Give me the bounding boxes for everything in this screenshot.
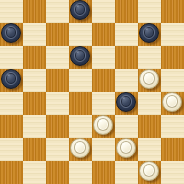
square-r2-c2: [46, 46, 69, 69]
square-r0-c3[interactable]: [69, 0, 92, 23]
square-r3-c1: [23, 69, 46, 92]
square-r6-c6: [138, 138, 161, 161]
square-r3-c5: [115, 69, 138, 92]
square-r5-c0[interactable]: [0, 115, 23, 138]
square-r6-c4: [92, 138, 115, 161]
square-r3-c0[interactable]: [0, 69, 23, 92]
square-r7-c6[interactable]: [138, 161, 161, 184]
square-r6-c1[interactable]: [23, 138, 46, 161]
square-r0-c1[interactable]: [23, 0, 46, 23]
square-r1-c1: [23, 23, 46, 46]
square-r3-c2[interactable]: [46, 69, 69, 92]
square-r1-c2[interactable]: [46, 23, 69, 46]
checkers-board: [0, 0, 184, 184]
black-man-piece[interactable]: [70, 0, 90, 20]
square-r1-c6[interactable]: [138, 23, 161, 46]
square-r0-c5[interactable]: [115, 0, 138, 23]
square-r4-c2: [46, 92, 69, 115]
square-r7-c0[interactable]: [0, 161, 23, 184]
square-r4-c0: [0, 92, 23, 115]
square-r6-c0: [0, 138, 23, 161]
square-r7-c2[interactable]: [46, 161, 69, 184]
square-r4-c6: [138, 92, 161, 115]
square-r2-c5[interactable]: [115, 46, 138, 69]
square-r5-c4[interactable]: [92, 115, 115, 138]
square-r2-c3[interactable]: [69, 46, 92, 69]
square-r1-c0[interactable]: [0, 23, 23, 46]
square-r7-c7: [161, 161, 184, 184]
square-r7-c5: [115, 161, 138, 184]
black-man-piece[interactable]: [1, 23, 21, 43]
square-r2-c7[interactable]: [161, 46, 184, 69]
square-r4-c4: [92, 92, 115, 115]
square-r0-c7[interactable]: [161, 0, 184, 23]
square-r6-c7[interactable]: [161, 138, 184, 161]
square-r4-c5[interactable]: [115, 92, 138, 115]
square-r1-c5: [115, 23, 138, 46]
square-r4-c7[interactable]: [161, 92, 184, 115]
square-r6-c3[interactable]: [69, 138, 92, 161]
black-man-piece[interactable]: [1, 69, 21, 89]
square-r1-c4[interactable]: [92, 23, 115, 46]
square-r2-c6: [138, 46, 161, 69]
square-r3-c3: [69, 69, 92, 92]
square-r5-c5: [115, 115, 138, 138]
square-r5-c7: [161, 115, 184, 138]
square-r1-c3: [69, 23, 92, 46]
black-man-piece[interactable]: [116, 92, 136, 112]
square-r3-c4[interactable]: [92, 69, 115, 92]
square-r7-c4[interactable]: [92, 161, 115, 184]
square-r3-c7: [161, 69, 184, 92]
white-man-piece[interactable]: [116, 138, 136, 158]
white-man-piece[interactable]: [162, 92, 182, 112]
square-r5-c6[interactable]: [138, 115, 161, 138]
white-man-piece[interactable]: [70, 138, 90, 158]
white-man-piece[interactable]: [139, 161, 159, 181]
square-r1-c7: [161, 23, 184, 46]
square-r4-c1[interactable]: [23, 92, 46, 115]
square-r5-c2[interactable]: [46, 115, 69, 138]
square-r7-c3: [69, 161, 92, 184]
square-r0-c6: [138, 0, 161, 23]
square-r4-c3[interactable]: [69, 92, 92, 115]
square-r3-c6[interactable]: [138, 69, 161, 92]
square-r0-c2: [46, 0, 69, 23]
square-r2-c4: [92, 46, 115, 69]
square-r7-c1: [23, 161, 46, 184]
square-r0-c4: [92, 0, 115, 23]
white-man-piece[interactable]: [93, 115, 113, 135]
black-man-piece[interactable]: [139, 23, 159, 43]
square-r6-c5[interactable]: [115, 138, 138, 161]
white-man-piece[interactable]: [139, 69, 159, 89]
square-r5-c1: [23, 115, 46, 138]
square-r2-c1[interactable]: [23, 46, 46, 69]
square-r6-c2: [46, 138, 69, 161]
square-r5-c3: [69, 115, 92, 138]
square-r2-c0: [0, 46, 23, 69]
square-r0-c0: [0, 0, 23, 23]
black-man-piece[interactable]: [70, 46, 90, 66]
